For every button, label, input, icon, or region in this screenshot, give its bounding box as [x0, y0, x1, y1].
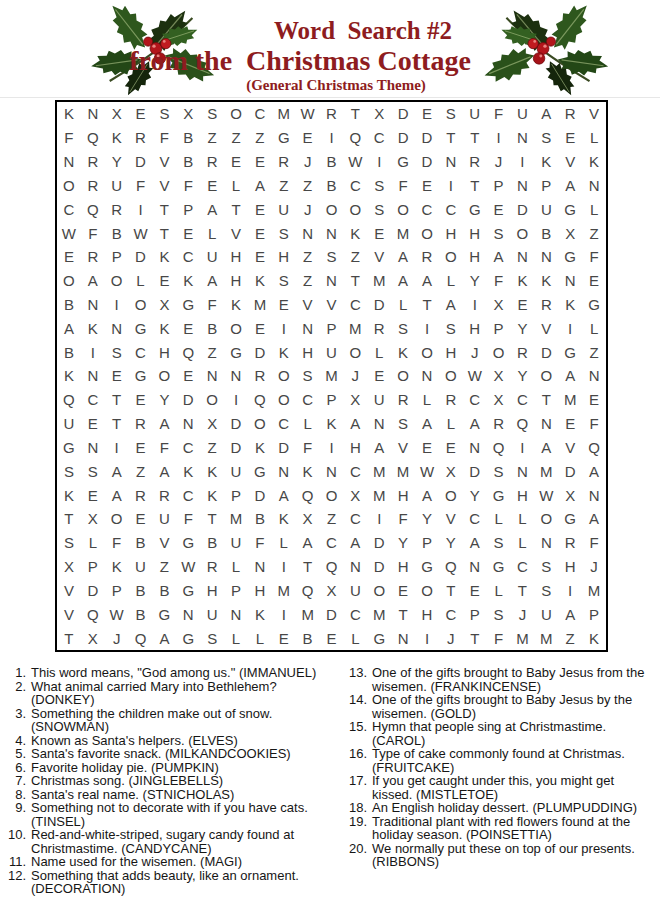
grid-cell: R — [129, 483, 153, 507]
grid-cell: N — [320, 269, 344, 293]
grid-cell: K — [343, 221, 367, 245]
grid-cell: G — [129, 316, 153, 340]
grid-cell: O — [391, 197, 415, 221]
grid-cell: V — [152, 173, 176, 197]
grid-cell: X — [487, 364, 511, 388]
grid-cell: E — [200, 173, 224, 197]
grid-cell: S — [487, 531, 511, 555]
grid-cell: S — [367, 173, 391, 197]
grid-cell: U — [200, 602, 224, 626]
grid-cell: B — [57, 293, 81, 317]
grid-cell: O — [511, 221, 535, 245]
grid-cell: S — [57, 531, 81, 555]
grid-cell: Q — [57, 388, 81, 412]
grid-cell: A — [367, 436, 391, 460]
clue-number: 5. — [4, 747, 26, 761]
grid-cell: I — [511, 436, 535, 460]
grid-cell: N — [320, 459, 344, 483]
clue-line: (SNOWMAN) — [31, 720, 334, 734]
grid-cell: N — [81, 102, 105, 126]
clue-text: Red-and-white-striped, sugary candy foun… — [31, 828, 334, 855]
grid-cell: R — [272, 150, 296, 174]
grid-cell: W — [534, 483, 558, 507]
grid-cell: E — [463, 579, 487, 603]
grid-cell: N — [558, 269, 582, 293]
grid-cell: O — [200, 388, 224, 412]
grid-cell: L — [367, 340, 391, 364]
grid-cell: Q — [582, 436, 606, 460]
grid-cell: W — [463, 364, 487, 388]
grid-cell: F — [152, 126, 176, 150]
grid-cell: O — [415, 221, 439, 245]
grid-cell: K — [272, 507, 296, 531]
grid-cell: M — [343, 316, 367, 340]
grid-cell: B — [152, 579, 176, 603]
grid-cell: Z — [152, 555, 176, 579]
grid-cell: S — [487, 459, 511, 483]
grid-cell: A — [200, 269, 224, 293]
grid-cell: W — [176, 555, 200, 579]
clue-item: 9.Something not to decorate with if you … — [4, 801, 334, 828]
clue-text: Traditional plant with red flowers found… — [372, 815, 657, 842]
grid-cell: Z — [296, 269, 320, 293]
grid-cell: A — [391, 245, 415, 269]
grid-cell: R — [81, 150, 105, 174]
grid-cell: K — [105, 555, 129, 579]
grid-cell: N — [296, 221, 320, 245]
grid-cell: K — [248, 269, 272, 293]
grid-cell: C — [343, 293, 367, 317]
grid-cell: V — [391, 436, 415, 460]
grid-cell: F — [487, 102, 511, 126]
grid-cell: E — [415, 173, 439, 197]
grid-cell: M — [558, 388, 582, 412]
grid-cell: C — [176, 436, 200, 460]
grid-cell: D — [367, 293, 391, 317]
grid-cell: M — [296, 602, 320, 626]
grid-cell: R — [558, 102, 582, 126]
grid-cell: H — [200, 579, 224, 603]
clue-line: Traditional plant with red flowers found… — [372, 815, 657, 829]
grid-cell: K — [57, 102, 81, 126]
grid-cell: U — [57, 412, 81, 436]
clue-line: kissed. (MISTLETOE) — [372, 788, 657, 802]
grid-cell: I — [367, 507, 391, 531]
grid-cell: C — [320, 531, 344, 555]
grid-cell: C — [176, 483, 200, 507]
clue-number: 15. — [343, 720, 367, 747]
grid-cell: T — [534, 388, 558, 412]
grid-cell: H — [463, 316, 487, 340]
grid-cell: R — [200, 150, 224, 174]
grid-cell: L — [296, 412, 320, 436]
grid-cell: P — [105, 579, 129, 603]
grid-cell: B — [248, 507, 272, 531]
grid-cell: Z — [272, 173, 296, 197]
grid-cell: O — [248, 412, 272, 436]
grid-cell: L — [415, 388, 439, 412]
grid-cell: I — [487, 126, 511, 150]
grid-cell: O — [439, 364, 463, 388]
grid-cell: P — [81, 555, 105, 579]
grid-cell: E — [81, 412, 105, 436]
grid-cell: R — [391, 388, 415, 412]
grid-cell: K — [152, 316, 176, 340]
grid-cell: E — [487, 197, 511, 221]
grid-cell: H — [391, 483, 415, 507]
grid-cell: K — [296, 459, 320, 483]
grid-cell: Q — [81, 602, 105, 626]
grid-cell: O — [320, 483, 344, 507]
grid-cell: T — [152, 221, 176, 245]
grid-cell: C — [343, 173, 367, 197]
grid-cell: L — [343, 626, 367, 650]
grid-cell: Q — [343, 126, 367, 150]
clue-number: 10. — [4, 828, 26, 855]
clue-item: 13.One of the gifts brought to Baby Jesu… — [343, 666, 657, 693]
grid-cell: O — [152, 364, 176, 388]
grid-cell: A — [248, 173, 272, 197]
grid-cell: A — [152, 459, 176, 483]
grid-cell: G — [176, 531, 200, 555]
grid-cell: C — [463, 507, 487, 531]
grid-cell: X — [367, 102, 391, 126]
grid-cell: J — [582, 555, 606, 579]
clue-number: 1. — [4, 666, 26, 680]
grid-cell: F — [129, 173, 153, 197]
grid-cell: U — [463, 102, 487, 126]
grid-cell: N — [81, 293, 105, 317]
grid-cell: F — [487, 626, 511, 650]
grid-cell: N — [248, 555, 272, 579]
grid-cell: V — [367, 245, 391, 269]
grid-cell: T — [105, 412, 129, 436]
grid-cell: M — [367, 459, 391, 483]
grid-cell: P — [582, 602, 606, 626]
grid-cell: R — [129, 412, 153, 436]
clue-line: Favorite holiday pie. (PUMPKIN) — [31, 761, 334, 775]
grid-cell: K — [57, 483, 81, 507]
grid-cell: S — [487, 221, 511, 245]
grid-cell: E — [415, 436, 439, 460]
grid-cell: A — [343, 531, 367, 555]
grid-cell: S — [200, 626, 224, 650]
grid-cell: F — [248, 531, 272, 555]
grid-cell: W — [57, 221, 81, 245]
grid-cell: E — [105, 364, 129, 388]
clue-number: 14. — [343, 693, 367, 720]
grid-cell: T — [105, 388, 129, 412]
grid-cell: E — [129, 388, 153, 412]
grid-cell: E — [129, 507, 153, 531]
grid-cell: D — [415, 126, 439, 150]
clue-text: Type of cake commonly found at Christmas… — [372, 747, 657, 774]
grid-cell: N — [534, 245, 558, 269]
grid-cell: C — [176, 245, 200, 269]
grid-cell: H — [391, 555, 415, 579]
grid-cell: A — [57, 316, 81, 340]
grid-cell: A — [487, 245, 511, 269]
grid-cell: O — [439, 483, 463, 507]
grid-cell: D — [367, 531, 391, 555]
grid-cell: Y — [105, 150, 129, 174]
grid-cell: Y — [511, 364, 535, 388]
clue-line: (RIBBONS) — [372, 855, 657, 869]
grid-cell: O — [105, 269, 129, 293]
clue-line: (TINSEL) — [31, 815, 334, 829]
grid-cell: R — [487, 412, 511, 436]
grid-cell: E — [176, 221, 200, 245]
grid-cell: R — [415, 245, 439, 269]
grid-cell: D — [415, 150, 439, 174]
grid-cell: M — [391, 221, 415, 245]
grid-cell: O — [224, 316, 248, 340]
grid-cell: C — [439, 197, 463, 221]
grid-cell: Z — [129, 459, 153, 483]
grid-cell: B — [296, 626, 320, 650]
clue-item: 17.If you get caught under this, you mig… — [343, 774, 657, 801]
grid-cell: N — [511, 126, 535, 150]
grid-cell: D — [81, 579, 105, 603]
grid-cell: E — [558, 126, 582, 150]
grid-cell: L — [224, 626, 248, 650]
grid-cell: J — [105, 626, 129, 650]
grid-cell: O — [272, 364, 296, 388]
grid-cell: K — [534, 150, 558, 174]
grid-cell: O — [105, 507, 129, 531]
clue-line: wisemen. (GOLD) — [372, 707, 657, 721]
grid-cell: L — [582, 316, 606, 340]
grid-cell: R — [558, 531, 582, 555]
grid-cell: K — [105, 126, 129, 150]
grid-cell: O — [534, 364, 558, 388]
grid-cell: K — [248, 436, 272, 460]
grid-cell: O — [415, 579, 439, 603]
grid-cell: U — [129, 555, 153, 579]
grid-cell: Z — [558, 626, 582, 650]
grid-cell: H — [224, 269, 248, 293]
grid-cell: E — [176, 364, 200, 388]
grid-cell: D — [248, 340, 272, 364]
grid-cell: A — [415, 483, 439, 507]
grid-cell: K — [391, 340, 415, 364]
grid-cell: D — [534, 340, 558, 364]
grid-cell: S — [439, 102, 463, 126]
grid-cell: S — [320, 245, 344, 269]
grid-cell: T — [439, 579, 463, 603]
grid-cell: Z — [200, 126, 224, 150]
grid-cell: G — [391, 150, 415, 174]
grid-cell: S — [200, 102, 224, 126]
grid-cell: S — [272, 221, 296, 245]
clue-item: 10.Red-and-white-striped, sugary candy f… — [4, 828, 334, 855]
grid-cell: I — [511, 150, 535, 174]
grid-cell: N — [463, 436, 487, 460]
grid-cell: G — [487, 483, 511, 507]
grid-cell: M — [367, 602, 391, 626]
grid-cell: F — [57, 126, 81, 150]
clue-line: One of the gifts brought to Baby Jesus b… — [372, 693, 657, 707]
grid-cell: A — [534, 436, 558, 460]
grid-cell: Y — [463, 483, 487, 507]
grid-cell: R — [129, 126, 153, 150]
grid-cell: M — [320, 364, 344, 388]
grid-cell: X — [343, 483, 367, 507]
clue-item: 11.Name used for the wisemen. (MAGI) — [4, 855, 334, 869]
clue-item: 5.Santa's favorite snack. (MILKANDCOOKIE… — [4, 747, 334, 761]
clue-line: Santa's favorite snack. (MILKANDCOOKIES) — [31, 747, 334, 761]
clue-number: 3. — [4, 707, 26, 734]
grid-cell: G — [57, 436, 81, 460]
grid-cell: T — [415, 293, 439, 317]
grid-cell: D — [248, 483, 272, 507]
grid-cell: B — [176, 150, 200, 174]
grid-cell: K — [272, 340, 296, 364]
clue-text: Santa's real name. (STNICHOLAS) — [31, 788, 334, 802]
grid-cell: H — [439, 340, 463, 364]
clue-list-right: 13.One of the gifts brought to Baby Jesu… — [343, 666, 657, 869]
grid-cell: N — [200, 364, 224, 388]
grid-cell: A — [534, 102, 558, 126]
grid-cell: P — [534, 173, 558, 197]
grid-cell: R — [367, 316, 391, 340]
clue-line: If you get caught under this, you might … — [372, 774, 657, 788]
grid-cell: J — [343, 364, 367, 388]
grid-cell: J — [296, 197, 320, 221]
grid-cell: R — [105, 197, 129, 221]
grid-cell: Q — [487, 436, 511, 460]
clue-item: 18.An English holiday dessert. (PLUMPUDD… — [343, 801, 657, 815]
grid-cell: M — [391, 459, 415, 483]
grid-cell: P — [105, 245, 129, 269]
grid-cell: F — [200, 293, 224, 317]
grid-cell: G — [248, 459, 272, 483]
grid-cell: H — [463, 245, 487, 269]
grid-cell: T — [439, 126, 463, 150]
grid-cell: B — [105, 221, 129, 245]
grid-cell: K — [81, 316, 105, 340]
grid-cell: T — [463, 126, 487, 150]
grid-cell: A — [391, 269, 415, 293]
grid-cell: N — [511, 173, 535, 197]
grid-cell: A — [200, 197, 224, 221]
grid-cell: K — [582, 150, 606, 174]
clue-item: 1.This word means, "God among us." (IMMA… — [4, 666, 334, 680]
grid-cell: I — [272, 316, 296, 340]
grid-cell: M — [272, 102, 296, 126]
grid-cell: I — [415, 626, 439, 650]
grid-cell: N — [534, 412, 558, 436]
grid-cell: L — [391, 293, 415, 317]
clue-number: 11. — [4, 855, 26, 869]
grid-cell: M — [367, 483, 391, 507]
grid-cell: T — [152, 197, 176, 221]
grid-cell: E — [391, 579, 415, 603]
grid-cell: M — [534, 626, 558, 650]
grid-cell: A — [558, 173, 582, 197]
grid-cell: C — [343, 459, 367, 483]
grid-cell: Q — [248, 388, 272, 412]
grid-cell: H — [558, 555, 582, 579]
grid-cell: L — [487, 507, 511, 531]
clue-number: 7. — [4, 774, 26, 788]
grid-cell: D — [176, 388, 200, 412]
grid-cell: G — [152, 602, 176, 626]
grid-cell: O — [343, 197, 367, 221]
grid-cell: R — [439, 388, 463, 412]
grid-cell: K — [248, 602, 272, 626]
grid-cell: U — [152, 507, 176, 531]
clue-text: This word means, "God among us." (IMMANU… — [31, 666, 334, 680]
grid-cell: W — [343, 150, 367, 174]
grid-cell: R — [200, 555, 224, 579]
grid-cell: S — [367, 197, 391, 221]
grid-cell: C — [511, 555, 535, 579]
grid-cell: Q — [81, 126, 105, 150]
clue-line: Something that adds beauty, like an orna… — [31, 869, 334, 883]
grid-cell: V — [582, 102, 606, 126]
grid-cell: L — [224, 173, 248, 197]
grid-cell: S — [534, 579, 558, 603]
grid-cell: O — [487, 340, 511, 364]
grid-cell: N — [463, 555, 487, 579]
grid-cell: S — [534, 555, 558, 579]
grid-cell: N — [81, 364, 105, 388]
grid-cell: K — [224, 293, 248, 317]
word-search-grid: KNXESXSOCMWRTXDESUFUARVFQKRFBZZZGEIQCDDT… — [55, 100, 608, 652]
clue-line: What animal carried Mary into Bethlehem? — [31, 680, 334, 694]
grid-cell: L — [511, 507, 535, 531]
clue-number: 13. — [343, 666, 367, 693]
grid-cell: C — [296, 388, 320, 412]
grid-cell: B — [534, 221, 558, 245]
grid-cell: I — [439, 173, 463, 197]
grid-cell: E — [176, 316, 200, 340]
clue-text: If you get caught under this, you might … — [372, 774, 657, 801]
clue-text: What animal carried Mary into Bethlehem?… — [31, 680, 334, 707]
clue-text: We normally put these on top of our pres… — [372, 842, 657, 869]
grid-cell: I — [558, 579, 582, 603]
grid-cell: F — [176, 507, 200, 531]
grid-cell: I — [81, 340, 105, 364]
grid-cell: C — [248, 102, 272, 126]
grid-cell: H — [296, 340, 320, 364]
grid-cell: V — [224, 221, 248, 245]
grid-cell: Q — [296, 483, 320, 507]
grid-cell: M — [582, 579, 606, 603]
grid-cell: S — [105, 340, 129, 364]
grid-cell: D — [129, 245, 153, 269]
grid-cell: E — [248, 316, 272, 340]
clue-text: An English holiday dessert. (PLUMPUDDING… — [372, 801, 657, 815]
grid-cell: G — [415, 555, 439, 579]
clue-item: 12.Something that adds beauty, like an o… — [4, 869, 334, 896]
clue-number: 9. — [4, 801, 26, 828]
grid-cell: U — [511, 102, 535, 126]
grid-cell: L — [81, 531, 105, 555]
grid-cell: M — [367, 269, 391, 293]
grid-cell: T — [343, 102, 367, 126]
grid-cell: V — [558, 150, 582, 174]
grid-cell: Z — [320, 507, 344, 531]
grid-cell: K — [534, 269, 558, 293]
grid-cell: K — [511, 269, 535, 293]
grid-cell: G — [558, 507, 582, 531]
grid-cell: F — [81, 221, 105, 245]
grid-cell: Z — [200, 436, 224, 460]
grid-cell: E — [248, 197, 272, 221]
grid-cell: N — [272, 459, 296, 483]
